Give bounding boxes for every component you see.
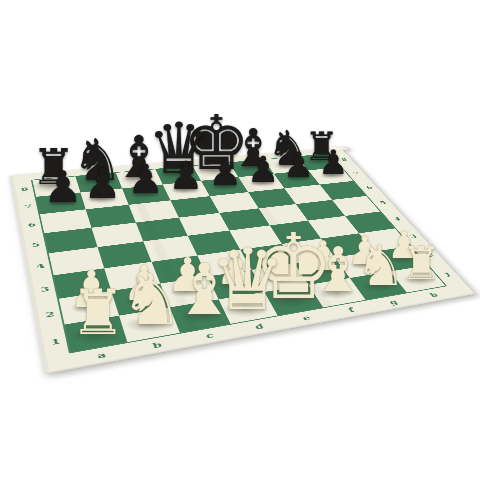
- chess-set-photo: abcdefgh1234567812345678 ♜♞♝♛♚♝♞♜♟♟♟♟♟♟♟…: [0, 0, 480, 480]
- file-label-h: h: [428, 291, 440, 298]
- file-label-a: a: [96, 351, 107, 360]
- file-label-c: c: [205, 331, 215, 340]
- chess-board: abcdefgh1234567812345678: [12, 147, 474, 372]
- file-label-e: e: [301, 314, 312, 322]
- rank-label-left-6: 6: [27, 222, 36, 228]
- file-label-g: g: [388, 299, 399, 306]
- rank-label-right-8: 8: [340, 158, 348, 162]
- rank-label-right-2: 2: [425, 252, 436, 258]
- rank-label-left-3: 3: [40, 286, 50, 294]
- rank-label-right-7: 7: [352, 171, 361, 175]
- rank-label-left-2: 2: [45, 310, 55, 318]
- rank-label-right-5: 5: [378, 200, 387, 205]
- rank-label-right-1: 1: [442, 271, 453, 278]
- board-squares: [31, 153, 447, 353]
- rank-label-right-4: 4: [393, 216, 403, 221]
- rank-label-left-1: 1: [50, 337, 61, 346]
- rank-label-left-8: 8: [20, 187, 28, 192]
- rank-label-left-4: 4: [35, 263, 45, 270]
- rank-label-right-3: 3: [408, 234, 418, 240]
- board-corner-curl-icon: [328, 146, 348, 150]
- rank-label-right-6: 6: [365, 185, 374, 190]
- rank-label-left-5: 5: [31, 242, 40, 248]
- file-label-d: d: [254, 322, 266, 330]
- rank-label-left-7: 7: [24, 204, 33, 210]
- file-label-f: f: [347, 306, 356, 313]
- file-label-b: b: [152, 341, 164, 350]
